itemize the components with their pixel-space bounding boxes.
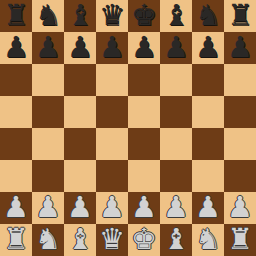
square-d6[interactable]	[96, 64, 128, 96]
square-a8[interactable]: ♜	[0, 0, 32, 32]
square-f5[interactable]	[160, 96, 192, 128]
square-f8[interactable]: ♝	[160, 0, 192, 32]
square-a7[interactable]: ♟	[0, 32, 32, 64]
square-e5[interactable]	[128, 96, 160, 128]
square-d1[interactable]: ♛	[96, 224, 128, 256]
square-g6[interactable]	[192, 64, 224, 96]
square-a3[interactable]	[0, 160, 32, 192]
square-h4[interactable]	[224, 128, 256, 160]
square-f3[interactable]	[160, 160, 192, 192]
square-e3[interactable]	[128, 160, 160, 192]
square-e2[interactable]: ♟	[128, 192, 160, 224]
piece-black-pawn[interactable]: ♟	[67, 31, 93, 63]
piece-white-pawn[interactable]: ♟	[227, 191, 253, 223]
square-c3[interactable]	[64, 160, 96, 192]
square-b5[interactable]	[32, 96, 64, 128]
piece-white-pawn[interactable]: ♟	[131, 191, 157, 223]
square-f4[interactable]	[160, 128, 192, 160]
square-h6[interactable]	[224, 64, 256, 96]
square-d5[interactable]	[96, 96, 128, 128]
square-g7[interactable]: ♟	[192, 32, 224, 64]
piece-black-pawn[interactable]: ♟	[131, 31, 157, 63]
square-c2[interactable]: ♟	[64, 192, 96, 224]
piece-black-bishop[interactable]: ♝	[67, 0, 93, 31]
square-e1[interactable]: ♚	[128, 224, 160, 256]
square-e7[interactable]: ♟	[128, 32, 160, 64]
square-c7[interactable]: ♟	[64, 32, 96, 64]
square-g3[interactable]	[192, 160, 224, 192]
square-d7[interactable]: ♟	[96, 32, 128, 64]
piece-white-pawn[interactable]: ♟	[35, 191, 61, 223]
piece-white-rook[interactable]: ♜	[227, 223, 253, 255]
square-b8[interactable]: ♞	[32, 0, 64, 32]
square-b3[interactable]	[32, 160, 64, 192]
piece-white-pawn[interactable]: ♟	[3, 191, 29, 223]
piece-white-pawn[interactable]: ♟	[67, 191, 93, 223]
piece-white-king[interactable]: ♚	[131, 223, 157, 255]
square-a4[interactable]	[0, 128, 32, 160]
square-h2[interactable]: ♟	[224, 192, 256, 224]
piece-black-rook[interactable]: ♜	[3, 0, 29, 31]
piece-white-pawn[interactable]: ♟	[163, 191, 189, 223]
piece-white-pawn[interactable]: ♟	[195, 191, 221, 223]
square-b2[interactable]: ♟	[32, 192, 64, 224]
square-e8[interactable]: ♚	[128, 0, 160, 32]
piece-black-knight[interactable]: ♞	[35, 0, 61, 31]
piece-black-pawn[interactable]: ♟	[163, 31, 189, 63]
piece-white-knight[interactable]: ♞	[35, 223, 61, 255]
square-b1[interactable]: ♞	[32, 224, 64, 256]
piece-black-pawn[interactable]: ♟	[99, 31, 125, 63]
square-a1[interactable]: ♜	[0, 224, 32, 256]
piece-black-bishop[interactable]: ♝	[163, 0, 189, 31]
square-f1[interactable]: ♝	[160, 224, 192, 256]
piece-black-rook[interactable]: ♜	[227, 0, 253, 31]
square-b4[interactable]	[32, 128, 64, 160]
piece-black-pawn[interactable]: ♟	[3, 31, 29, 63]
square-g4[interactable]	[192, 128, 224, 160]
square-h1[interactable]: ♜	[224, 224, 256, 256]
piece-black-knight[interactable]: ♞	[195, 0, 221, 31]
square-a6[interactable]	[0, 64, 32, 96]
square-a2[interactable]: ♟	[0, 192, 32, 224]
square-b7[interactable]: ♟	[32, 32, 64, 64]
square-a5[interactable]	[0, 96, 32, 128]
piece-white-bishop[interactable]: ♝	[163, 223, 189, 255]
piece-white-rook[interactable]: ♞	[195, 223, 221, 255]
square-e6[interactable]	[128, 64, 160, 96]
piece-white-pawn[interactable]: ♟	[99, 191, 125, 223]
square-g5[interactable]	[192, 96, 224, 128]
square-g1[interactable]: ♞	[192, 224, 224, 256]
square-b6[interactable]	[32, 64, 64, 96]
square-c6[interactable]	[64, 64, 96, 96]
square-h3[interactable]	[224, 160, 256, 192]
square-g8[interactable]: ♞	[192, 0, 224, 32]
square-d4[interactable]	[96, 128, 128, 160]
piece-black-pawn[interactable]: ♟	[227, 31, 253, 63]
piece-black-queen[interactable]: ♛	[99, 0, 125, 31]
square-f6[interactable]	[160, 64, 192, 96]
square-d2[interactable]: ♟	[96, 192, 128, 224]
square-g2[interactable]: ♟	[192, 192, 224, 224]
piece-white-bishop[interactable]: ♝	[67, 223, 93, 255]
piece-white-queen[interactable]: ♛	[99, 223, 125, 255]
square-c5[interactable]	[64, 96, 96, 128]
square-f2[interactable]: ♟	[160, 192, 192, 224]
square-c8[interactable]: ♝	[64, 0, 96, 32]
piece-black-pawn[interactable]: ♟	[35, 31, 61, 63]
piece-black-king[interactable]: ♚	[131, 0, 157, 31]
square-h8[interactable]: ♜	[224, 0, 256, 32]
square-f7[interactable]: ♟	[160, 32, 192, 64]
square-h5[interactable]	[224, 96, 256, 128]
square-e4[interactable]	[128, 128, 160, 160]
square-c4[interactable]	[64, 128, 96, 160]
square-d3[interactable]	[96, 160, 128, 192]
square-d8[interactable]: ♛	[96, 0, 128, 32]
chess-board: ♜♞♝♛♚♝♞♜♟♟♟♟♟♟♟♟♟♟♟♟♟♟♟♟♜♞♝♛♚♝♞♜	[0, 0, 256, 256]
piece-white-rook[interactable]: ♜	[3, 223, 29, 255]
square-h7[interactable]: ♟	[224, 32, 256, 64]
square-c1[interactable]: ♝	[64, 224, 96, 256]
piece-black-pawn[interactable]: ♟	[195, 31, 221, 63]
